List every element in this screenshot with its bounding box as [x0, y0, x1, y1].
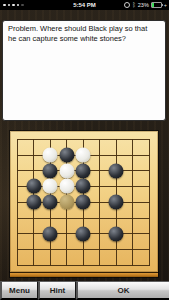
problem-box: Problem. Where should Black play so that… [2, 20, 166, 121]
black-stone [76, 226, 91, 241]
bottom-toolbar: Menu Hint OK [0, 281, 169, 300]
black-stone [109, 163, 124, 178]
black-stone [43, 163, 58, 178]
board-bevel [10, 272, 158, 277]
white-stone [76, 147, 91, 162]
white-stone [43, 147, 58, 162]
ok-button[interactable]: OK [76, 281, 169, 300]
black-stone [43, 195, 58, 210]
white-stone [43, 179, 58, 194]
hint-ghost-stone [59, 195, 74, 210]
menu-button[interactable]: Menu [0, 281, 38, 300]
white-stone [59, 179, 74, 194]
app-screen: 5:54 PM ᛒ 23% + Problem. Where should Bl… [0, 0, 169, 300]
bluetooth-icon: ᛒ [132, 2, 136, 8]
black-stone [76, 179, 91, 194]
black-stone [59, 147, 74, 162]
black-stone [76, 195, 91, 210]
black-stone [26, 195, 41, 210]
black-stone [76, 163, 91, 178]
battery-icon [151, 2, 162, 8]
white-stone [59, 163, 74, 178]
battery-percent: 23% [138, 2, 149, 8]
hint-button[interactable]: Hint [38, 281, 76, 300]
go-board [10, 131, 158, 277]
go-grid[interactable] [17, 139, 150, 266]
go-board-face[interactable] [10, 131, 158, 272]
status-bar: 5:54 PM ᛒ 23% + [0, 0, 169, 10]
black-stone [43, 226, 58, 241]
status-right-cluster: ᛒ 23% + [124, 0, 167, 10]
black-stone [109, 195, 124, 210]
charging-icon: + [164, 2, 167, 8]
black-stone [109, 226, 124, 241]
problem-text: Problem. Where should Black play so that… [8, 24, 151, 44]
black-stone [26, 179, 41, 194]
alarm-icon [124, 2, 130, 8]
